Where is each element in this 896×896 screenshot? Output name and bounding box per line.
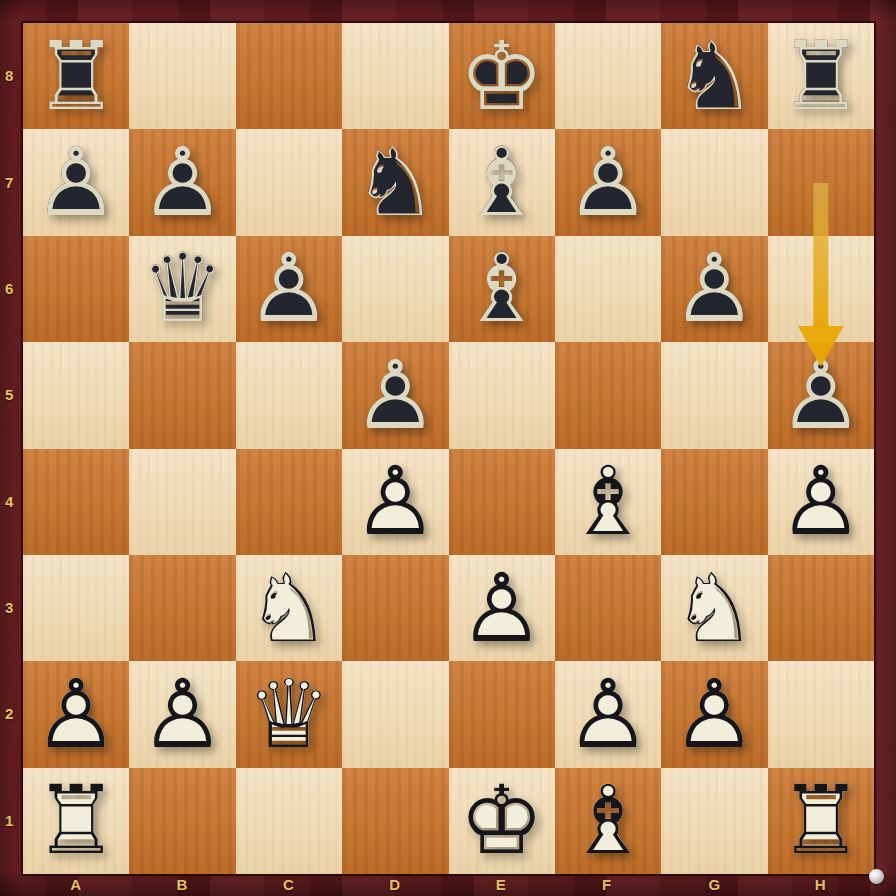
black-queen[interactable]: ♛♕ (129, 236, 235, 342)
square-a4[interactable] (23, 449, 129, 555)
square-c6[interactable]: ♟♙ (236, 236, 342, 342)
file-label-e: E (496, 876, 506, 893)
file-label-b: B (177, 876, 188, 893)
white-rook[interactable]: ♜♖ (23, 768, 129, 874)
square-a1[interactable]: ♜♖ (23, 768, 129, 874)
square-b3[interactable] (129, 555, 235, 661)
white-queen[interactable]: ♛♕ (236, 661, 342, 767)
square-g7[interactable] (661, 129, 767, 235)
white-pawn[interactable]: ♟♙ (768, 449, 874, 555)
square-e2[interactable] (449, 661, 555, 767)
black-knight[interactable]: ♞♘ (661, 23, 767, 129)
file-label-g: G (708, 876, 720, 893)
square-g4[interactable] (661, 449, 767, 555)
square-g3[interactable]: ♞♘ (661, 555, 767, 661)
white-pawn[interactable]: ♟♙ (661, 661, 767, 767)
square-f5[interactable] (555, 342, 661, 448)
square-b8[interactable] (129, 23, 235, 129)
square-a6[interactable] (23, 236, 129, 342)
chess-app-window: ♜♖♚♔♞♘♜♖♟♙♟♙♞♘♝♗♟♙♛♕♟♙♝♗♟♙♟♙♟♙♟♙♝♗♟♙♞♘♟♙… (0, 0, 896, 896)
square-d2[interactable] (342, 661, 448, 767)
square-f4[interactable]: ♝♗ (555, 449, 661, 555)
square-d8[interactable] (342, 23, 448, 129)
square-f3[interactable] (555, 555, 661, 661)
black-rook[interactable]: ♜♖ (768, 23, 874, 129)
square-b2[interactable]: ♟♙ (129, 661, 235, 767)
rank-label-2: 2 (5, 705, 13, 722)
square-c5[interactable] (236, 342, 342, 448)
black-pawn[interactable]: ♟♙ (555, 129, 661, 235)
rank-label-6: 6 (5, 280, 13, 297)
square-b6[interactable]: ♛♕ (129, 236, 235, 342)
white-pawn[interactable]: ♟♙ (555, 661, 661, 767)
square-h5[interactable]: ♟♙ (768, 342, 874, 448)
rank-label-8: 8 (5, 67, 13, 84)
square-b1[interactable] (129, 768, 235, 874)
square-h8[interactable]: ♜♖ (768, 23, 874, 129)
square-a5[interactable] (23, 342, 129, 448)
chess-board: ♜♖♚♔♞♘♜♖♟♙♟♙♞♘♝♗♟♙♛♕♟♙♝♗♟♙♟♙♟♙♟♙♝♗♟♙♞♘♟♙… (23, 23, 874, 874)
square-h6[interactable] (768, 236, 874, 342)
square-h1[interactable]: ♜♖ (768, 768, 874, 874)
square-b5[interactable] (129, 342, 235, 448)
corner-handle[interactable] (869, 869, 884, 884)
square-d3[interactable] (342, 555, 448, 661)
white-bishop[interactable]: ♝♗ (555, 768, 661, 874)
square-g8[interactable]: ♞♘ (661, 23, 767, 129)
square-c8[interactable] (236, 23, 342, 129)
square-e4[interactable] (449, 449, 555, 555)
white-bishop[interactable]: ♝♗ (555, 449, 661, 555)
black-knight[interactable]: ♞♘ (342, 129, 448, 235)
square-d1[interactable] (342, 768, 448, 874)
square-h3[interactable] (768, 555, 874, 661)
file-label-f: F (602, 876, 611, 893)
square-h4[interactable]: ♟♙ (768, 449, 874, 555)
square-e6[interactable]: ♝♗ (449, 236, 555, 342)
white-knight[interactable]: ♞♘ (236, 555, 342, 661)
file-label-c: C (283, 876, 294, 893)
black-bishop[interactable]: ♝♗ (449, 236, 555, 342)
square-c1[interactable] (236, 768, 342, 874)
white-pawn[interactable]: ♟♙ (449, 555, 555, 661)
square-g6[interactable]: ♟♙ (661, 236, 767, 342)
square-c3[interactable]: ♞♘ (236, 555, 342, 661)
black-pawn[interactable]: ♟♙ (23, 129, 129, 235)
square-c2[interactable]: ♛♕ (236, 661, 342, 767)
square-a2[interactable]: ♟♙ (23, 661, 129, 767)
black-pawn[interactable]: ♟♙ (768, 342, 874, 448)
square-h2[interactable] (768, 661, 874, 767)
square-a3[interactable] (23, 555, 129, 661)
square-f6[interactable] (555, 236, 661, 342)
square-d5[interactable]: ♟♙ (342, 342, 448, 448)
square-e5[interactable] (449, 342, 555, 448)
white-pawn[interactable]: ♟♙ (342, 449, 448, 555)
black-bishop[interactable]: ♝♗ (449, 129, 555, 235)
square-b7[interactable]: ♟♙ (129, 129, 235, 235)
square-h7[interactable] (768, 129, 874, 235)
square-f8[interactable] (555, 23, 661, 129)
square-e3[interactable]: ♟♙ (449, 555, 555, 661)
square-g1[interactable] (661, 768, 767, 874)
square-g2[interactable]: ♟♙ (661, 661, 767, 767)
file-label-d: D (389, 876, 400, 893)
black-pawn[interactable]: ♟♙ (236, 236, 342, 342)
square-d4[interactable]: ♟♙ (342, 449, 448, 555)
square-e8[interactable]: ♚♔ (449, 23, 555, 129)
square-g5[interactable] (661, 342, 767, 448)
black-pawn[interactable]: ♟♙ (661, 236, 767, 342)
black-rook[interactable]: ♜♖ (23, 23, 129, 129)
file-label-h: H (815, 876, 826, 893)
black-pawn[interactable]: ♟♙ (342, 342, 448, 448)
rank-label-4: 4 (5, 493, 13, 510)
square-b4[interactable] (129, 449, 235, 555)
white-knight[interactable]: ♞♘ (661, 555, 767, 661)
square-f7[interactable]: ♟♙ (555, 129, 661, 235)
square-e7[interactable]: ♝♗ (449, 129, 555, 235)
square-c4[interactable] (236, 449, 342, 555)
square-f1[interactable]: ♝♗ (555, 768, 661, 874)
white-pawn[interactable]: ♟♙ (23, 661, 129, 767)
rank-label-1: 1 (5, 812, 13, 829)
square-a8[interactable]: ♜♖ (23, 23, 129, 129)
white-rook[interactable]: ♜♖ (768, 768, 874, 874)
black-king[interactable]: ♚♔ (449, 23, 555, 129)
file-label-a: A (70, 876, 81, 893)
rank-label-3: 3 (5, 599, 13, 616)
white-king[interactable]: ♚♔ (449, 768, 555, 874)
square-a7[interactable]: ♟♙ (23, 129, 129, 235)
square-c7[interactable] (236, 129, 342, 235)
rank-label-5: 5 (5, 386, 13, 403)
square-d7[interactable]: ♞♘ (342, 129, 448, 235)
rank-label-7: 7 (5, 174, 13, 191)
square-f2[interactable]: ♟♙ (555, 661, 661, 767)
white-pawn[interactable]: ♟♙ (129, 661, 235, 767)
black-pawn[interactable]: ♟♙ (129, 129, 235, 235)
square-e1[interactable]: ♚♔ (449, 768, 555, 874)
square-d6[interactable] (342, 236, 448, 342)
